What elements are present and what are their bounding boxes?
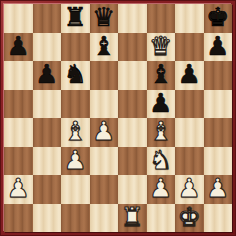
square-f2[interactable]: ♟ <box>147 175 176 204</box>
square-d6[interactable] <box>90 61 119 90</box>
square-f6[interactable]: ♝ <box>147 61 176 90</box>
square-b3[interactable] <box>33 147 62 176</box>
black-knight: ♞ <box>64 61 87 89</box>
white-pawn: ♟ <box>149 175 172 203</box>
white-pawn: ♟ <box>92 118 115 146</box>
square-g5[interactable] <box>175 90 204 119</box>
square-d3[interactable] <box>90 147 119 176</box>
square-b7[interactable] <box>33 33 62 62</box>
white-pawn: ♟ <box>7 175 30 203</box>
square-f7[interactable]: ♛ <box>147 33 176 62</box>
square-b8[interactable] <box>33 4 62 33</box>
square-g1[interactable]: ♚ <box>175 204 204 233</box>
black-pawn: ♟ <box>7 33 30 61</box>
chess-board: ♜♛♚♟♝♛♟♟♞♝♟♟♝♟♝♟♞♟♟♟♟♜♚ <box>4 4 232 232</box>
square-f8[interactable] <box>147 4 176 33</box>
square-g3[interactable] <box>175 147 204 176</box>
white-queen: ♛ <box>149 33 172 61</box>
square-h2[interactable]: ♟ <box>204 175 233 204</box>
square-f1[interactable] <box>147 204 176 233</box>
square-c3[interactable]: ♟ <box>61 147 90 176</box>
white-pawn: ♟ <box>178 175 201 203</box>
square-f4[interactable]: ♝ <box>147 118 176 147</box>
square-c5[interactable] <box>61 90 90 119</box>
black-bishop: ♝ <box>149 61 172 89</box>
square-c1[interactable] <box>61 204 90 233</box>
square-h6[interactable] <box>204 61 233 90</box>
square-e5[interactable] <box>118 90 147 119</box>
square-e4[interactable] <box>118 118 147 147</box>
square-g6[interactable]: ♟ <box>175 61 204 90</box>
black-rook: ♜ <box>64 4 87 32</box>
square-h1[interactable] <box>204 204 233 233</box>
white-bishop: ♝ <box>149 118 172 146</box>
square-d5[interactable] <box>90 90 119 119</box>
square-c4[interactable]: ♝ <box>61 118 90 147</box>
white-pawn: ♟ <box>64 147 87 175</box>
square-e2[interactable] <box>118 175 147 204</box>
square-d4[interactable]: ♟ <box>90 118 119 147</box>
square-a8[interactable] <box>4 4 33 33</box>
black-queen: ♛ <box>92 4 115 32</box>
black-pawn: ♟ <box>178 61 201 89</box>
square-d1[interactable] <box>90 204 119 233</box>
square-c2[interactable] <box>61 175 90 204</box>
square-g7[interactable] <box>175 33 204 62</box>
square-b6[interactable]: ♟ <box>33 61 62 90</box>
square-h8[interactable]: ♚ <box>204 4 233 33</box>
square-a2[interactable]: ♟ <box>4 175 33 204</box>
white-pawn: ♟ <box>206 175 229 203</box>
white-knight: ♞ <box>149 147 172 175</box>
square-b5[interactable] <box>33 90 62 119</box>
square-c7[interactable] <box>61 33 90 62</box>
square-a3[interactable] <box>4 147 33 176</box>
white-bishop: ♝ <box>64 118 87 146</box>
white-king: ♚ <box>178 204 201 232</box>
black-pawn: ♟ <box>206 33 229 61</box>
square-h5[interactable] <box>204 90 233 119</box>
square-g2[interactable]: ♟ <box>175 175 204 204</box>
square-d8[interactable]: ♛ <box>90 4 119 33</box>
square-b1[interactable] <box>33 204 62 233</box>
square-e8[interactable] <box>118 4 147 33</box>
square-h3[interactable] <box>204 147 233 176</box>
square-f5[interactable]: ♟ <box>147 90 176 119</box>
black-king: ♚ <box>206 4 229 32</box>
square-e1[interactable]: ♜ <box>118 204 147 233</box>
square-e3[interactable] <box>118 147 147 176</box>
square-b2[interactable] <box>33 175 62 204</box>
black-pawn: ♟ <box>35 61 58 89</box>
square-a4[interactable] <box>4 118 33 147</box>
square-h7[interactable]: ♟ <box>204 33 233 62</box>
square-c6[interactable]: ♞ <box>61 61 90 90</box>
black-bishop: ♝ <box>92 33 115 61</box>
square-a1[interactable] <box>4 204 33 233</box>
square-g8[interactable] <box>175 4 204 33</box>
square-e7[interactable] <box>118 33 147 62</box>
square-b4[interactable] <box>33 118 62 147</box>
board-frame: ♜♛♚♟♝♛♟♟♞♝♟♟♝♟♝♟♞♟♟♟♟♜♚ <box>0 0 236 236</box>
white-rook: ♜ <box>121 204 144 232</box>
square-a6[interactable] <box>4 61 33 90</box>
black-pawn: ♟ <box>149 90 172 118</box>
square-c8[interactable]: ♜ <box>61 4 90 33</box>
square-h4[interactable] <box>204 118 233 147</box>
square-d2[interactable] <box>90 175 119 204</box>
square-f3[interactable]: ♞ <box>147 147 176 176</box>
square-e6[interactable] <box>118 61 147 90</box>
square-d7[interactable]: ♝ <box>90 33 119 62</box>
square-g4[interactable] <box>175 118 204 147</box>
square-a7[interactable]: ♟ <box>4 33 33 62</box>
square-a5[interactable] <box>4 90 33 119</box>
